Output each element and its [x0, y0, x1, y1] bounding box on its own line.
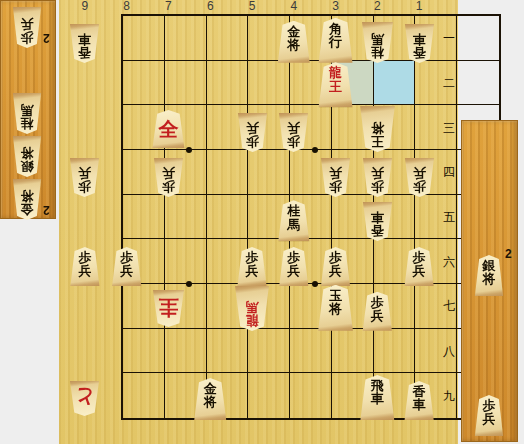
piece-kanji: 桂 [371, 45, 384, 58]
piece-kanji: 将 [21, 189, 34, 202]
file-label-3: 3 [332, 0, 339, 13]
piece-kanji: 馬 [371, 32, 384, 45]
piece-kanji: 歩 [78, 179, 91, 192]
piece-kanji: 歩 [162, 179, 175, 192]
file-label-2: 2 [374, 0, 381, 13]
hoshi-dot [186, 147, 192, 153]
rank-label-七: 七 [441, 298, 457, 315]
piece-kanji: 馬 [21, 103, 34, 116]
file-label-5: 5 [249, 0, 256, 13]
piece-kanji: 歩 [371, 179, 384, 192]
board-square-6九[interactable] [248, 373, 290, 418]
piece-kanji: 行 [329, 35, 342, 48]
shogi-piece-hand-歩兵[interactable]: 歩兵 [474, 395, 504, 436]
piece-kanji: 兵 [287, 121, 300, 134]
piece-kanji: 将 [287, 38, 300, 51]
sente-captured-stand: 銀将2歩兵 [461, 120, 518, 442]
piece-kanji: 車 [413, 398, 426, 411]
piece-kanji: 兵 [371, 166, 384, 179]
piece-kanji: 桂 [21, 117, 34, 130]
shogi-app: { "game": "shogi", "coordinates": { "fil… [0, 0, 524, 444]
shogi-piece-hand-歩兵[interactable]: 歩兵 [12, 7, 42, 48]
board-square-7一[interactable] [207, 16, 249, 61]
piece-kanji: 歩 [21, 31, 34, 44]
piece-kanji: 馬 [287, 218, 300, 231]
board-square-8一[interactable] [165, 16, 207, 61]
piece-kanji: 王 [371, 135, 384, 148]
hand-count-gote-歩兵: 2 [43, 31, 50, 45]
board-square-7二[interactable] [207, 61, 249, 106]
piece-kanji: 金 [204, 382, 217, 395]
piece-kanji: 馬 [246, 300, 259, 313]
piece-kanji: 歩 [287, 251, 300, 264]
hoshi-dot [186, 281, 192, 287]
piece-kanji: 全 [158, 119, 178, 139]
board-square-1一[interactable] [457, 16, 499, 61]
board-square-9八[interactable] [123, 329, 165, 374]
board-square-7八[interactable] [207, 329, 249, 374]
rank-label-四: 四 [441, 164, 457, 181]
piece-kanji: 歩 [287, 135, 300, 148]
piece-kanji: 金 [21, 203, 34, 216]
file-label-6: 6 [207, 0, 214, 13]
board-square-7五[interactable] [207, 195, 249, 240]
board-square-3八[interactable] [374, 329, 416, 374]
board-square-6二[interactable] [248, 61, 290, 106]
piece-kanji: 銀 [21, 160, 34, 173]
rank-label-五: 五 [441, 209, 457, 226]
file-label-7: 7 [165, 0, 172, 13]
piece-kanji: 歩 [120, 251, 133, 264]
piece-kanji: 兵 [21, 17, 34, 30]
hoshi-dot [312, 281, 318, 287]
piece-kanji: 兵 [329, 166, 342, 179]
piece-kanji: 兵 [162, 166, 175, 179]
board-square-8八[interactable] [165, 329, 207, 374]
rank-label-六: 六 [441, 253, 457, 270]
piece-kanji: 銀 [483, 259, 496, 272]
hand-count-sente-銀将: 2 [505, 247, 512, 261]
piece-kanji: 歩 [413, 251, 426, 264]
piece-kanji: 兵 [246, 121, 259, 134]
board-square-8二[interactable] [165, 61, 207, 106]
piece-kanji: 歩 [371, 296, 384, 309]
piece-kanji: 玉 [329, 289, 342, 302]
piece-kanji: 兵 [413, 264, 426, 277]
rank-label-二: 二 [441, 75, 457, 92]
piece-kanji: 龍 [329, 66, 342, 79]
piece-kanji: 角 [329, 22, 342, 35]
piece-kanji: 兵 [78, 166, 91, 179]
board-square-9五[interactable] [123, 195, 165, 240]
file-label-1: 1 [416, 0, 423, 13]
piece-kanji: 将 [329, 302, 342, 315]
piece-kanji: 歩 [246, 135, 259, 148]
board-square-4八[interactable] [332, 329, 374, 374]
piece-kanji: 兵 [371, 309, 384, 322]
piece-kanji: 香 [371, 224, 384, 237]
file-label-8: 8 [123, 0, 130, 13]
gote-captured-stand: 歩兵2桂馬銀将金将2 [0, 0, 56, 219]
piece-kanji: 将 [21, 146, 34, 159]
piece-kanji: 車 [371, 392, 384, 405]
board-square-3二[interactable] [374, 61, 416, 106]
piece-kanji: 歩 [329, 251, 342, 264]
shogi-board-panel: 987654321一二三四五六七八九 [59, 0, 458, 444]
piece-kanji: と [75, 389, 95, 409]
piece-kanji: 香 [413, 45, 426, 58]
rank-label-三: 三 [441, 119, 457, 136]
piece-kanji: 王 [329, 80, 342, 93]
piece-kanji: 飛 [371, 379, 384, 392]
piece-kanji: 香 [78, 45, 91, 58]
board-square-9九[interactable] [123, 373, 165, 418]
rank-label-一: 一 [441, 30, 457, 47]
board-square-5九[interactable] [290, 373, 332, 418]
shogi-piece-hand-銀将[interactable]: 銀将 [474, 255, 504, 296]
board-square-1二[interactable] [457, 61, 499, 106]
piece-kanji: 将 [371, 121, 384, 134]
piece-kanji: 兵 [78, 264, 91, 277]
shogi-piece-hand-銀将[interactable]: 銀将 [12, 136, 42, 177]
piece-kanji: 歩 [483, 399, 496, 412]
rank-label-八: 八 [441, 343, 457, 360]
piece-kanji: 金 [287, 25, 300, 38]
piece-kanji: 歩 [413, 179, 426, 192]
piece-kanji: 将 [483, 272, 496, 285]
piece-kanji: 将 [204, 395, 217, 408]
file-label-9: 9 [82, 0, 89, 13]
board-square-9一[interactable] [123, 16, 165, 61]
piece-kanji: 龍 [246, 313, 259, 326]
piece-kanji: 歩 [329, 179, 342, 192]
piece-kanji: 車 [371, 211, 384, 224]
hoshi-dot [312, 147, 318, 153]
piece-kanji: 兵 [413, 166, 426, 179]
piece-kanji: 兵 [246, 264, 259, 277]
piece-kanji: 兵 [329, 264, 342, 277]
piece-kanji: 車 [413, 32, 426, 45]
shogi-piece-hand-桂馬[interactable]: 桂馬 [12, 93, 42, 134]
hand-count-gote-金将: 2 [43, 203, 50, 217]
board-square-8六[interactable] [165, 239, 207, 284]
piece-kanji: 歩 [78, 251, 91, 264]
rank-label-九: 九 [441, 387, 457, 404]
board-square-6八[interactable] [248, 329, 290, 374]
board-square-9二[interactable] [123, 61, 165, 106]
board-square-7四[interactable] [207, 150, 249, 195]
piece-kanji: 兵 [120, 264, 133, 277]
shogi-piece-hand-金将[interactable]: 金将 [12, 179, 42, 220]
piece-kanji: 香 [413, 385, 426, 398]
piece-kanji: 歩 [246, 251, 259, 264]
file-label-4: 4 [290, 0, 297, 13]
board-square-5八[interactable] [290, 329, 332, 374]
board-square-6四[interactable] [248, 150, 290, 195]
board-square-8五[interactable] [165, 195, 207, 240]
piece-kanji: 桂 [287, 204, 300, 217]
piece-kanji: 車 [78, 32, 91, 45]
piece-kanji: 兵 [287, 264, 300, 277]
piece-kanji: 兵 [483, 412, 496, 425]
piece-kanji: 圭 [158, 298, 178, 318]
